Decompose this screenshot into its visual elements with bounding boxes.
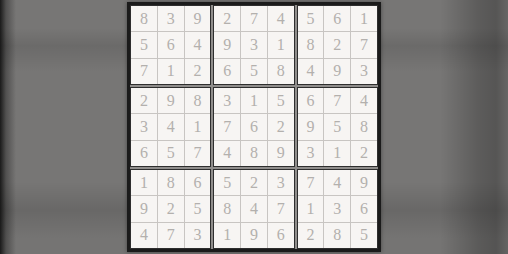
sudoku-cell-r2c1[interactable]: 5	[131, 32, 157, 57]
sudoku-cell-r8c6[interactable]: 7	[268, 196, 294, 221]
sudoku-cell-r1c7[interactable]: 5	[298, 6, 324, 31]
sudoku-cell-r6c1[interactable]: 6	[131, 141, 157, 166]
sudoku-box-r1c2: 274931658	[213, 5, 294, 85]
sudoku-box-r3c3: 749136285	[297, 169, 378, 249]
sudoku-box-r1c1: 839564712	[130, 5, 211, 85]
sudoku-cell-r4c7[interactable]: 6	[298, 88, 324, 113]
sudoku-box-r3c2: 523847196	[213, 169, 294, 249]
sudoku-cell-r5c7[interactable]: 9	[298, 114, 324, 139]
sudoku-cell-r9c4[interactable]: 1	[214, 223, 240, 248]
sudoku-cell-r3c7[interactable]: 4	[298, 59, 324, 84]
sudoku-cell-r4c1[interactable]: 2	[131, 88, 157, 113]
sudoku-cell-r2c4[interactable]: 9	[214, 32, 240, 57]
sudoku-cell-r1c5[interactable]: 7	[241, 6, 267, 31]
sudoku-cell-r5c1[interactable]: 3	[131, 114, 157, 139]
sudoku-cell-r7c7[interactable]: 7	[298, 170, 324, 195]
sudoku-board: 8395647122749316585618274932983416573157…	[127, 2, 381, 252]
sudoku-cell-r1c6[interactable]: 4	[268, 6, 294, 31]
sudoku-cell-r2c2[interactable]: 6	[158, 32, 184, 57]
sudoku-cell-r4c5[interactable]: 1	[241, 88, 267, 113]
sudoku-cell-r9c3[interactable]: 3	[185, 223, 211, 248]
sudoku-cell-r7c6[interactable]: 3	[268, 170, 294, 195]
sudoku-cell-r4c3[interactable]: 8	[185, 88, 211, 113]
sudoku-cell-r8c9[interactable]: 6	[351, 196, 377, 221]
sudoku-cell-r5c9[interactable]: 8	[351, 114, 377, 139]
sudoku-cell-r8c7[interactable]: 1	[298, 196, 324, 221]
sudoku-cell-r5c5[interactable]: 6	[241, 114, 267, 139]
sudoku-cell-r5c3[interactable]: 1	[185, 114, 211, 139]
sudoku-cell-r4c6[interactable]: 5	[268, 88, 294, 113]
sudoku-cell-r2c3[interactable]: 4	[185, 32, 211, 57]
sudoku-cell-r2c6[interactable]: 1	[268, 32, 294, 57]
sudoku-cell-r6c3[interactable]: 7	[185, 141, 211, 166]
sudoku-cell-r3c5[interactable]: 5	[241, 59, 267, 84]
sudoku-cell-r4c2[interactable]: 9	[158, 88, 184, 113]
sudoku-cell-r3c3[interactable]: 2	[185, 59, 211, 84]
sudoku-cell-r2c5[interactable]: 3	[241, 32, 267, 57]
sudoku-cell-r9c6[interactable]: 6	[268, 223, 294, 248]
sudoku-cell-r1c3[interactable]: 9	[185, 6, 211, 31]
sudoku-cell-r6c5[interactable]: 8	[241, 141, 267, 166]
sudoku-cell-r6c2[interactable]: 5	[158, 141, 184, 166]
sudoku-cell-r1c9[interactable]: 1	[351, 6, 377, 31]
sudoku-cell-r9c1[interactable]: 4	[131, 223, 157, 248]
sudoku-cell-r1c2[interactable]: 3	[158, 6, 184, 31]
sudoku-cell-r7c9[interactable]: 9	[351, 170, 377, 195]
sudoku-cell-r4c4[interactable]: 3	[214, 88, 240, 113]
sudoku-cell-r2c8[interactable]: 2	[324, 32, 350, 57]
sudoku-cell-r3c8[interactable]: 9	[324, 59, 350, 84]
sudoku-cell-r2c7[interactable]: 8	[298, 32, 324, 57]
sudoku-cell-r6c9[interactable]: 2	[351, 141, 377, 166]
sudoku-cell-r5c6[interactable]: 2	[268, 114, 294, 139]
sudoku-cell-r7c8[interactable]: 4	[324, 170, 350, 195]
sudoku-cell-r6c7[interactable]: 3	[298, 141, 324, 166]
sudoku-cell-r8c8[interactable]: 3	[324, 196, 350, 221]
sudoku-cell-r3c1[interactable]: 7	[131, 59, 157, 84]
sudoku-cell-r8c5[interactable]: 4	[241, 196, 267, 221]
sudoku-cell-r8c2[interactable]: 2	[158, 196, 184, 221]
sudoku-cell-r7c1[interactable]: 1	[131, 170, 157, 195]
sudoku-cell-r9c2[interactable]: 7	[158, 223, 184, 248]
sudoku-cell-r7c5[interactable]: 2	[241, 170, 267, 195]
sudoku-cell-r4c8[interactable]: 7	[324, 88, 350, 113]
sudoku-cell-r4c9[interactable]: 4	[351, 88, 377, 113]
sudoku-cell-r3c6[interactable]: 8	[268, 59, 294, 84]
sudoku-cell-r3c9[interactable]: 3	[351, 59, 377, 84]
sudoku-cell-r7c4[interactable]: 5	[214, 170, 240, 195]
sudoku-cell-r3c2[interactable]: 1	[158, 59, 184, 84]
sudoku-cell-r5c8[interactable]: 5	[324, 114, 350, 139]
sudoku-cell-r9c5[interactable]: 9	[241, 223, 267, 248]
sudoku-cell-r5c2[interactable]: 4	[158, 114, 184, 139]
sudoku-cell-r7c2[interactable]: 8	[158, 170, 184, 195]
sudoku-cell-r1c8[interactable]: 6	[324, 6, 350, 31]
sudoku-cell-r7c3[interactable]: 6	[185, 170, 211, 195]
sudoku-box-r2c3: 674958312	[297, 87, 378, 167]
sudoku-cell-r8c4[interactable]: 8	[214, 196, 240, 221]
sudoku-box-r3c1: 186925473	[130, 169, 211, 249]
sudoku-cell-r8c3[interactable]: 5	[185, 196, 211, 221]
sudoku-cell-r1c1[interactable]: 8	[131, 6, 157, 31]
sudoku-cell-r6c8[interactable]: 1	[324, 141, 350, 166]
sudoku-box-r2c2: 315762489	[213, 87, 294, 167]
sudoku-cell-r3c4[interactable]: 6	[214, 59, 240, 84]
sudoku-cell-r9c8[interactable]: 8	[324, 223, 350, 248]
sudoku-cell-r5c4[interactable]: 7	[214, 114, 240, 139]
sudoku-box-r1c3: 561827493	[297, 5, 378, 85]
sudoku-cell-r2c9[interactable]: 7	[351, 32, 377, 57]
sudoku-cell-r9c9[interactable]: 5	[351, 223, 377, 248]
sudoku-cell-r6c4[interactable]: 4	[214, 141, 240, 166]
sudoku-box-r2c1: 298341657	[130, 87, 211, 167]
sudoku-cell-r1c4[interactable]: 2	[214, 6, 240, 31]
sudoku-cell-r6c6[interactable]: 9	[268, 141, 294, 166]
sudoku-cell-r9c7[interactable]: 2	[298, 223, 324, 248]
sudoku-cell-r8c1[interactable]: 9	[131, 196, 157, 221]
